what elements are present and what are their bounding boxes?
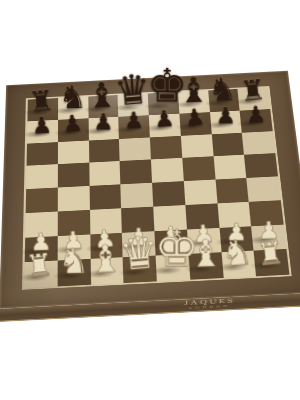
- board-frame: ♜♞♝♛♚♝♞♜♟♟♟♟♟♟♟♟♟♟♟♟♟♟♟♟♜♞♝♛♚♝♞♜ JAQUES …: [0, 71, 300, 309]
- piece-white-rook-h1[interactable]: ♜: [250, 237, 291, 271]
- maker-brand: JAQUES LONDON: [169, 297, 250, 311]
- piece-black-pawn-h7[interactable]: ♟: [238, 102, 274, 126]
- chess-board: ♜♞♝♛♚♝♞♜♟♟♟♟♟♟♟♟♟♟♟♟♟♟♟♟♜♞♝♛♚♝♞♜ JAQUES …: [6, 71, 300, 367]
- piece-black-queen-d8[interactable]: ♛: [113, 68, 151, 112]
- piece-white-rook-a1[interactable]: ♜: [19, 249, 60, 283]
- chess-set-photo: ♜♞♝♛♚♝♞♜♟♟♟♟♟♟♟♟♟♟♟♟♟♟♟♟♜♞♝♛♚♝♞♜ JAQUES …: [0, 0, 300, 400]
- pieces-layer: ♜♞♝♛♚♝♞♜♟♟♟♟♟♟♟♟♟♟♟♟♟♟♟♟♜♞♝♛♚♝♞♜: [22, 86, 292, 290]
- piece-white-queen-d1[interactable]: ♛: [117, 229, 158, 277]
- board-front-edge: JAQUES LONDON: [0, 293, 300, 322]
